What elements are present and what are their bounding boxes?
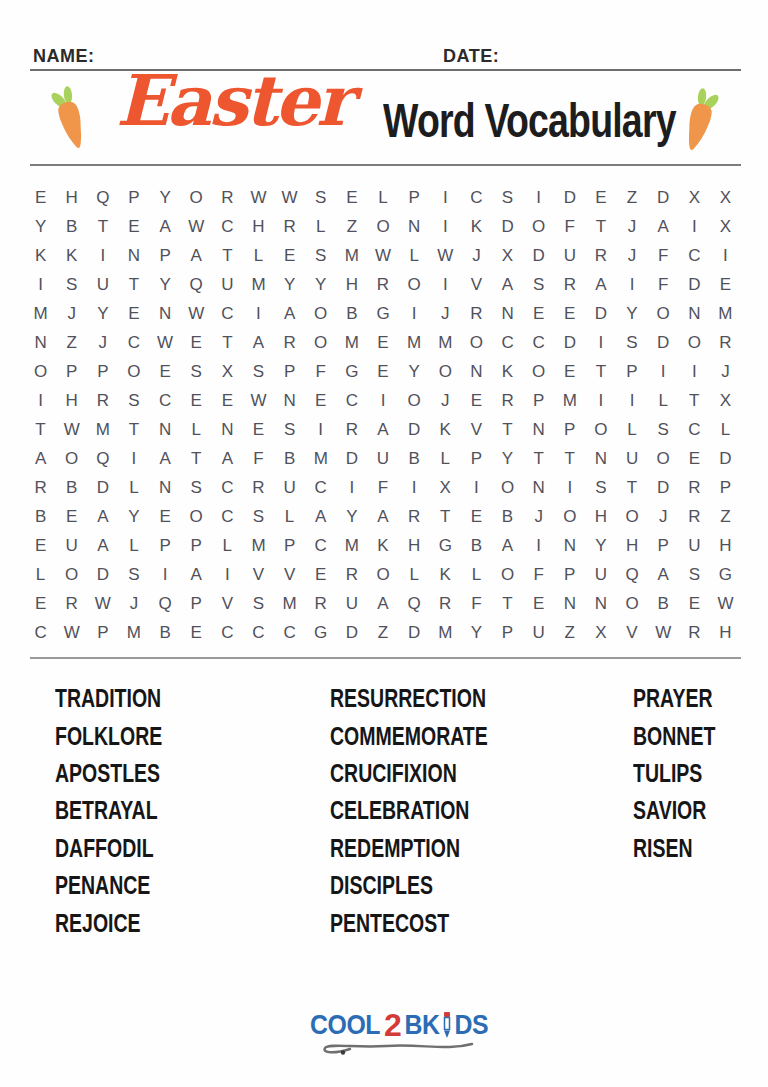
- grid-cell-r8c23: X: [710, 387, 741, 416]
- date-label: DATE:: [443, 46, 499, 67]
- grid-cell-r4c14: I: [430, 271, 461, 300]
- grid-cell-r3c7: T: [212, 242, 243, 271]
- grid-cell-r2c8: H: [243, 213, 274, 242]
- grid-cell-r15c8: S: [243, 589, 274, 618]
- grid-cell-r11c9: U: [274, 473, 305, 502]
- grid-cell-r11c3: D: [87, 473, 118, 502]
- grid-cell-r12c14: T: [430, 502, 461, 531]
- grid-cell-r1c22: X: [679, 184, 710, 213]
- grid-cell-r5c7: C: [212, 300, 243, 329]
- grid-cell-r11c15: I: [461, 473, 492, 502]
- grid-cell-r10c21: O: [648, 444, 679, 473]
- grid-cell-r16c11: D: [336, 618, 367, 647]
- grid-cell-r7c2: P: [56, 358, 87, 387]
- grid-cell-r2c16: D: [492, 213, 523, 242]
- grid-cell-r2c9: R: [274, 213, 305, 242]
- grid-cell-r13c15: B: [461, 531, 492, 560]
- grid-cell-r6c1: N: [25, 329, 56, 358]
- grid-cell-r6c3: J: [87, 329, 118, 358]
- grid-cell-r4c11: H: [336, 271, 367, 300]
- grid-cell-r13c12: K: [367, 531, 398, 560]
- grid-cell-r9c3: M: [87, 416, 118, 445]
- grid-cell-r9c20: L: [616, 416, 647, 445]
- logo-text-cool: COOL: [310, 1010, 380, 1041]
- grid-cell-r14c9: V: [274, 560, 305, 589]
- grid-cell-r2c17: O: [523, 213, 554, 242]
- grid-cell-r15c21: B: [648, 589, 679, 618]
- grid-cell-r7c18: E: [554, 358, 585, 387]
- grid-cell-r2c4: E: [118, 213, 149, 242]
- grid-cell-r5c20: Y: [616, 300, 647, 329]
- grid-cell-r2c3: T: [87, 213, 118, 242]
- grid-cell-r3c11: M: [336, 242, 367, 271]
- grid-cell-r7c14: O: [430, 358, 461, 387]
- grid-cell-r3c8: L: [243, 242, 274, 271]
- grid-cell-r3c3: I: [87, 242, 118, 271]
- grid-cell-r7c16: K: [492, 358, 523, 387]
- grid-cell-r14c16: O: [492, 560, 523, 589]
- grid-cell-r6c8: A: [243, 329, 274, 358]
- word-search-grid: EHQPYORWWSELPICSIDEZDXXYBTEAWCHRLZONIKDO…: [25, 184, 741, 647]
- grid-cell-r8c12: I: [367, 387, 398, 416]
- grid-cell-r3c5: P: [150, 242, 181, 271]
- grid-cell-r10c18: T: [554, 444, 585, 473]
- grid-cell-r7c23: J: [710, 358, 741, 387]
- logo-text-ds: DS: [454, 1010, 488, 1041]
- grid-cell-r5c21: O: [648, 300, 679, 329]
- grid-cell-r16c23: H: [710, 618, 741, 647]
- grid-cell-r1c3: Q: [87, 184, 118, 213]
- grid-cell-r6c15: O: [461, 329, 492, 358]
- grid-cell-r5c5: N: [150, 300, 181, 329]
- grid-cell-r10c8: F: [243, 444, 274, 473]
- grid-cell-r1c14: I: [430, 184, 461, 213]
- grid-cell-r9c15: V: [461, 416, 492, 445]
- grid-cell-r14c23: G: [710, 560, 741, 589]
- grid-cell-r3c17: D: [523, 242, 554, 271]
- grid-cell-r1c17: I: [523, 184, 554, 213]
- grid-cell-r7c13: Y: [399, 358, 430, 387]
- grid-cell-r10c20: U: [616, 444, 647, 473]
- grid-cell-r4c13: O: [399, 271, 430, 300]
- grid-cell-r5c2: J: [56, 300, 87, 329]
- grid-cell-r15c16: T: [492, 589, 523, 618]
- grid-cell-r5c1: M: [25, 300, 56, 329]
- grid-cell-r6c9: R: [274, 329, 305, 358]
- grid-cell-r6c22: O: [679, 329, 710, 358]
- grid-cell-r11c19: S: [585, 473, 616, 502]
- grid-cell-r1c19: E: [585, 184, 616, 213]
- grid-cell-r5c17: E: [523, 300, 554, 329]
- grid-cell-r15c19: N: [585, 589, 616, 618]
- grid-cell-r1c2: H: [56, 184, 87, 213]
- word-item: PENANCE: [55, 867, 193, 904]
- grid-cell-r10c10: M: [305, 444, 336, 473]
- grid-cell-r13c9: P: [274, 531, 305, 560]
- grid-cell-r8c17: P: [523, 387, 554, 416]
- grid-cell-r12c23: Z: [710, 502, 741, 531]
- grid-cell-r10c7: A: [212, 444, 243, 473]
- grid-cell-r7c19: T: [585, 358, 616, 387]
- title-word-vocabulary: Word Vocabulary: [383, 97, 676, 145]
- word-item: RESURRECTION: [330, 680, 532, 717]
- cool2bkids-logo: COOL 2 BK DS: [307, 1008, 489, 1042]
- grid-cell-r3c10: S: [305, 242, 336, 271]
- grid-cell-r1c23: X: [710, 184, 741, 213]
- grid-cell-r15c12: A: [367, 589, 398, 618]
- grid-cell-r4c16: A: [492, 271, 523, 300]
- grid-cell-r2c21: A: [648, 213, 679, 242]
- grid-cell-r14c12: O: [367, 560, 398, 589]
- grid-cell-r16c8: C: [243, 618, 274, 647]
- grid-cell-r10c19: N: [585, 444, 616, 473]
- grid-cell-r13c21: P: [648, 531, 679, 560]
- grid-cell-r2c7: C: [212, 213, 243, 242]
- grid-cell-r11c4: L: [118, 473, 149, 502]
- grid-cell-r9c14: K: [430, 416, 461, 445]
- grid-cell-r1c13: P: [399, 184, 430, 213]
- grid-cell-r3c23: I: [710, 242, 741, 271]
- grid-cell-r8c13: O: [399, 387, 430, 416]
- grid-cell-r15c23: W: [710, 589, 741, 618]
- grid-cell-r4c9: Y: [274, 271, 305, 300]
- grid-cell-r5c23: M: [710, 300, 741, 329]
- grid-cell-r6c12: E: [367, 329, 398, 358]
- grid-cell-r9c16: T: [492, 416, 523, 445]
- grid-cell-r1c4: P: [118, 184, 149, 213]
- grid-cell-r11c7: C: [212, 473, 243, 502]
- grid-cell-r3c16: X: [492, 242, 523, 271]
- grid-cell-r11c6: S: [181, 473, 212, 502]
- grid-cell-r15c13: Q: [399, 589, 430, 618]
- grid-cell-r5c12: G: [367, 300, 398, 329]
- grid-cell-r10c11: D: [336, 444, 367, 473]
- grid-cell-r16c9: C: [274, 618, 305, 647]
- grid-cell-r5c19: D: [585, 300, 616, 329]
- grid-cell-r13c2: U: [56, 531, 87, 560]
- grid-cell-r11c8: R: [243, 473, 274, 502]
- grid-cell-r10c16: Y: [492, 444, 523, 473]
- grid-cell-r14c20: Q: [616, 560, 647, 589]
- grid-cell-r4c12: R: [367, 271, 398, 300]
- grid-cell-r11c13: I: [399, 473, 430, 502]
- grid-cell-r13c8: M: [243, 531, 274, 560]
- grid-cell-r6c10: O: [305, 329, 336, 358]
- grid-cell-r12c6: O: [181, 502, 212, 531]
- grid-cell-r16c19: X: [585, 618, 616, 647]
- grid-cell-r8c11: C: [336, 387, 367, 416]
- grid-cell-r11c12: F: [367, 473, 398, 502]
- grid-cell-r15c15: F: [461, 589, 492, 618]
- grid-cell-r12c10: A: [305, 502, 336, 531]
- grid-cell-r16c3: P: [87, 618, 118, 647]
- grid-cell-r3c2: K: [56, 242, 87, 271]
- grid-cell-r1c21: D: [648, 184, 679, 213]
- pencil-icon: [442, 1012, 452, 1038]
- grid-cell-r5c6: W: [181, 300, 212, 329]
- grid-cell-r6c20: S: [616, 329, 647, 358]
- grid-cell-r6c19: I: [585, 329, 616, 358]
- grid-cell-r12c8: S: [243, 502, 274, 531]
- grid-cell-r5c22: N: [679, 300, 710, 329]
- grid-cell-r1c1: E: [25, 184, 56, 213]
- grid-cell-r9c6: L: [181, 416, 212, 445]
- word-list-column-2: RESURRECTIONCOMMEMORATECRUCIFIXIONCELEBR…: [330, 680, 532, 942]
- grid-cell-r7c20: P: [616, 358, 647, 387]
- grid-cell-r13c11: M: [336, 531, 367, 560]
- grid-cell-r14c1: L: [25, 560, 56, 589]
- grid-cell-r15c1: E: [25, 589, 56, 618]
- grid-cell-r13c13: H: [399, 531, 430, 560]
- grid-cell-r12c21: J: [648, 502, 679, 531]
- grid-cell-r7c12: E: [367, 358, 398, 387]
- grid-cell-r15c22: E: [679, 589, 710, 618]
- grid-cell-r15c18: N: [554, 589, 585, 618]
- grid-cell-r9c19: O: [585, 416, 616, 445]
- word-item: CELEBRATION: [330, 792, 532, 829]
- word-item: FOLKLORE: [55, 717, 193, 754]
- grid-cell-r5c14: J: [430, 300, 461, 329]
- grid-cell-r12c5: E: [150, 502, 181, 531]
- grid-cell-r4c3: U: [87, 271, 118, 300]
- grid-cell-r5c4: E: [118, 300, 149, 329]
- grid-cell-r8c10: E: [305, 387, 336, 416]
- word-item: SAVIOR: [633, 792, 739, 829]
- grid-cell-r11c2: B: [56, 473, 87, 502]
- grid-cell-r2c23: X: [710, 213, 741, 242]
- grid-cell-r5c13: I: [399, 300, 430, 329]
- grid-cell-r10c12: U: [367, 444, 398, 473]
- grid-cell-r1c11: E: [336, 184, 367, 213]
- grid-cell-r11c20: T: [616, 473, 647, 502]
- grid-cell-r13c16: A: [492, 531, 523, 560]
- grid-cell-r13c1: E: [25, 531, 56, 560]
- grid-cell-r10c13: B: [399, 444, 430, 473]
- grid-cell-r11c22: R: [679, 473, 710, 502]
- grid-cell-r1c20: Z: [616, 184, 647, 213]
- grid-cell-r14c3: D: [87, 560, 118, 589]
- word-item: PENTECOST: [330, 904, 532, 941]
- word-item: DISCIPLES: [330, 867, 532, 904]
- grid-cell-r13c10: C: [305, 531, 336, 560]
- grid-cell-r7c21: I: [648, 358, 679, 387]
- grid-cell-r3c18: U: [554, 242, 585, 271]
- grid-cell-r10c4: I: [118, 444, 149, 473]
- carrot-icon: [668, 81, 731, 164]
- grid-cell-r14c15: L: [461, 560, 492, 589]
- grid-cell-r14c22: S: [679, 560, 710, 589]
- grid-cell-r16c15: Y: [461, 618, 492, 647]
- grid-cell-r1c8: W: [243, 184, 274, 213]
- grid-cell-r13c23: H: [710, 531, 741, 560]
- grid-cell-r3c6: A: [181, 242, 212, 271]
- grid-cell-r4c4: T: [118, 271, 149, 300]
- grid-cell-r7c4: O: [118, 358, 149, 387]
- grid-cell-r1c6: O: [181, 184, 212, 213]
- grid-cell-r7c7: X: [212, 358, 243, 387]
- grid-cell-r9c2: W: [56, 416, 87, 445]
- grid-cell-r14c2: O: [56, 560, 87, 589]
- word-item: APOSTLES: [55, 755, 193, 792]
- grid-cell-r11c11: I: [336, 473, 367, 502]
- grid-cell-r12c20: O: [616, 502, 647, 531]
- grid-cell-r1c7: R: [212, 184, 243, 213]
- grid-cell-r11c21: D: [648, 473, 679, 502]
- grid-cell-r2c13: N: [399, 213, 430, 242]
- grid-cell-r9c17: N: [523, 416, 554, 445]
- grid-cell-r5c9: A: [274, 300, 305, 329]
- word-item: TRADITION: [55, 680, 193, 717]
- grid-cell-r4c19: A: [585, 271, 616, 300]
- grid-cell-r8c20: I: [616, 387, 647, 416]
- grid-cell-r7c11: G: [336, 358, 367, 387]
- grid-cell-r1c10: S: [305, 184, 336, 213]
- title-underline: [30, 164, 741, 166]
- grid-cell-r11c17: N: [523, 473, 554, 502]
- grid-cell-r4c1: I: [25, 271, 56, 300]
- grid-cell-r3c12: W: [367, 242, 398, 271]
- grid-cell-r7c5: E: [150, 358, 181, 387]
- grid-cell-r14c18: P: [554, 560, 585, 589]
- grid-cell-r10c2: O: [56, 444, 87, 473]
- grid-cell-r1c15: C: [461, 184, 492, 213]
- grid-cell-r7c10: F: [305, 358, 336, 387]
- grid-cell-r14c19: U: [585, 560, 616, 589]
- grid-cell-r6c23: R: [710, 329, 741, 358]
- grid-cell-r8c6: E: [181, 387, 212, 416]
- grid-cell-r13c20: H: [616, 531, 647, 560]
- grid-cell-r6c5: W: [150, 329, 181, 358]
- grid-cell-r13c14: G: [430, 531, 461, 560]
- grid-cell-r10c17: T: [523, 444, 554, 473]
- grid-cell-r11c18: I: [554, 473, 585, 502]
- grid-cell-r11c1: R: [25, 473, 56, 502]
- grid-cell-r5c18: E: [554, 300, 585, 329]
- grid-cell-r16c21: W: [648, 618, 679, 647]
- word-item: DAFFODIL: [55, 830, 193, 867]
- grid-cell-r9c4: T: [118, 416, 149, 445]
- word-item: PRAYER: [633, 680, 739, 717]
- grid-cell-r6c16: C: [492, 329, 523, 358]
- grid-cell-r16c4: M: [118, 618, 149, 647]
- grid-cell-r8c15: E: [461, 387, 492, 416]
- grid-cell-r16c2: W: [56, 618, 87, 647]
- grid-cell-r9c22: C: [679, 416, 710, 445]
- grid-cell-r3c4: N: [118, 242, 149, 271]
- grid-cell-r4c15: V: [461, 271, 492, 300]
- grid-cell-r14c10: E: [305, 560, 336, 589]
- grid-cell-r12c16: B: [492, 502, 523, 531]
- grid-cell-r7c17: O: [523, 358, 554, 387]
- grid-cell-r8c22: T: [679, 387, 710, 416]
- grid-cell-r15c14: R: [430, 589, 461, 618]
- grid-cell-r2c10: L: [305, 213, 336, 242]
- grid-cell-r4c20: I: [616, 271, 647, 300]
- grid-cell-r3c13: L: [399, 242, 430, 271]
- grid-cell-r6c17: C: [523, 329, 554, 358]
- grid-cell-r9c9: S: [274, 416, 305, 445]
- grid-cell-r15c17: E: [523, 589, 554, 618]
- grid-cell-r15c2: R: [56, 589, 87, 618]
- grid-cell-r10c3: Q: [87, 444, 118, 473]
- grid-cell-r7c15: N: [461, 358, 492, 387]
- grid-cell-r13c4: L: [118, 531, 149, 560]
- grid-cell-r16c1: C: [25, 618, 56, 647]
- grid-cell-r14c5: I: [150, 560, 181, 589]
- grid-cell-r14c13: L: [399, 560, 430, 589]
- grid-cell-r1c12: L: [367, 184, 398, 213]
- grid-cell-r10c1: A: [25, 444, 56, 473]
- grid-cell-r7c22: I: [679, 358, 710, 387]
- grid-cell-r4c5: Y: [150, 271, 181, 300]
- grid-cell-r14c11: R: [336, 560, 367, 589]
- grid-cell-r12c9: L: [274, 502, 305, 531]
- grid-cell-r13c7: L: [212, 531, 243, 560]
- grid-cell-r10c6: T: [181, 444, 212, 473]
- grid-cell-r15c20: O: [616, 589, 647, 618]
- grid-cell-r10c15: P: [461, 444, 492, 473]
- word-item: REJOICE: [55, 904, 193, 941]
- grid-cell-r13c6: P: [181, 531, 212, 560]
- grid-cell-r4c2: S: [56, 271, 87, 300]
- grid-cell-r14c6: A: [181, 560, 212, 589]
- grid-cell-r6c6: E: [181, 329, 212, 358]
- name-label: NAME:: [33, 46, 95, 67]
- grid-cell-r11c23: P: [710, 473, 741, 502]
- grid-cell-r8c8: W: [243, 387, 274, 416]
- grid-cell-r3c9: E: [274, 242, 305, 271]
- grid-cell-r3c20: J: [616, 242, 647, 271]
- grid-cell-r15c7: V: [212, 589, 243, 618]
- grid-cell-r12c11: Y: [336, 502, 367, 531]
- grid-cell-r9c7: N: [212, 416, 243, 445]
- grid-cell-r11c10: C: [305, 473, 336, 502]
- grid-cell-r12c3: A: [87, 502, 118, 531]
- grid-cell-r2c20: J: [616, 213, 647, 242]
- grid-cell-r3c22: C: [679, 242, 710, 271]
- grid-cell-r8c3: R: [87, 387, 118, 416]
- grid-cell-r7c3: P: [87, 358, 118, 387]
- grid-cell-r16c14: M: [430, 618, 461, 647]
- grid-cell-r12c15: E: [461, 502, 492, 531]
- grid-cell-r9c8: E: [243, 416, 274, 445]
- grid-cell-r6c2: Z: [56, 329, 87, 358]
- grid-cell-r13c18: N: [554, 531, 585, 560]
- grid-cell-r16c5: B: [150, 618, 181, 647]
- grid-cell-r6c18: D: [554, 329, 585, 358]
- grid-cell-r6c14: M: [430, 329, 461, 358]
- grid-cell-r8c5: C: [150, 387, 181, 416]
- grid-cell-r8c21: L: [648, 387, 679, 416]
- grid-cell-r14c8: V: [243, 560, 274, 589]
- grid-cell-r9c21: S: [648, 416, 679, 445]
- grid-cell-r16c10: G: [305, 618, 336, 647]
- grid-cell-r5c10: O: [305, 300, 336, 329]
- grid-cell-r14c21: A: [648, 560, 679, 589]
- grid-cell-r5c3: Y: [87, 300, 118, 329]
- grid-cell-r10c22: E: [679, 444, 710, 473]
- word-item: CRUCIFIXION: [330, 755, 532, 792]
- word-list-column-1: TRADITIONFOLKLOREAPOSTLESBETRAYALDAFFODI…: [55, 680, 193, 942]
- grid-cell-r3c19: R: [585, 242, 616, 271]
- grid-cell-r15c5: Q: [150, 589, 181, 618]
- grid-cell-r15c6: P: [181, 589, 212, 618]
- grid-cell-r5c11: B: [336, 300, 367, 329]
- word-item: REDEMPTION: [330, 830, 532, 867]
- grid-cell-r12c7: C: [212, 502, 243, 531]
- grid-cell-r2c18: F: [554, 213, 585, 242]
- grid-cell-r12c18: O: [554, 502, 585, 531]
